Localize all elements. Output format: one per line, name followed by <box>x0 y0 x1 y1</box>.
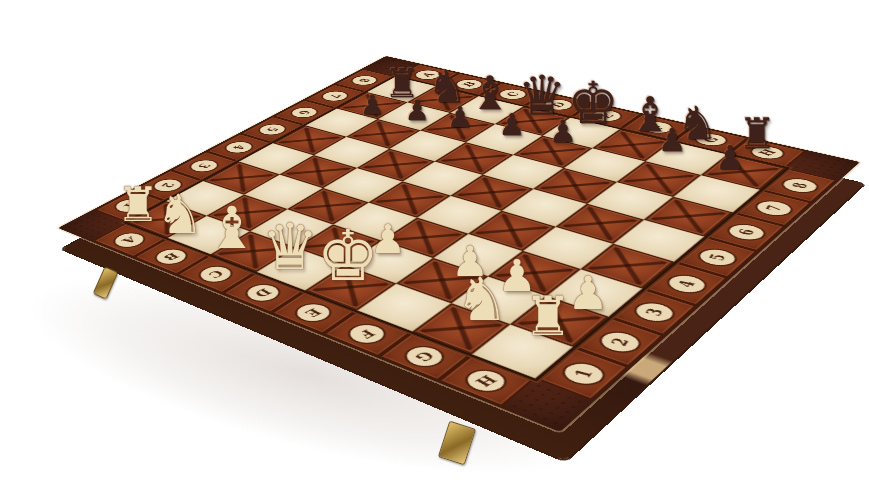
white-knight-b1[interactable]: ♞ <box>156 188 204 242</box>
file-label-D: D <box>238 280 287 305</box>
file-label-F: F <box>340 319 394 347</box>
black-pawn-e7[interactable]: ♟ <box>549 116 577 147</box>
white-pawn-h2[interactable]: ♟ <box>567 270 608 316</box>
rank-label-7: 7 <box>317 89 353 102</box>
file-label-H: H <box>457 365 516 397</box>
black-pawn-g7[interactable]: ♟ <box>658 124 687 156</box>
white-rook-h1[interactable]: ♜ <box>524 290 572 344</box>
black-pawn-h7[interactable]: ♟ <box>715 141 745 174</box>
rank-label-2: 2 <box>594 328 646 356</box>
rank-label-8: 8 <box>778 176 822 195</box>
white-bishop-c1[interactable]: ♝ <box>206 199 258 257</box>
black-pawn-d7[interactable]: ♟ <box>499 110 526 140</box>
rank-label-8: 8 <box>346 74 382 87</box>
white-knight-g1[interactable]: ♞ <box>455 269 509 329</box>
white-queen-d1[interactable]: ♛ <box>261 215 318 279</box>
rank-label-5: 5 <box>253 122 291 137</box>
white-king-e1[interactable]: ♚ <box>317 221 380 291</box>
rank-label-6: 6 <box>285 105 322 119</box>
white-rook-a1[interactable]: ♜ <box>116 180 159 228</box>
rank-label-5: 5 <box>693 245 741 268</box>
black-pawn-b7[interactable]: ♟ <box>404 97 429 125</box>
file-label-B: B <box>148 245 194 268</box>
file-label-G: G <box>396 341 452 371</box>
black-pawn-c7[interactable]: ♟ <box>447 103 473 132</box>
rank-label-7: 7 <box>751 198 796 219</box>
file-label-E: E <box>287 299 338 326</box>
rank-label-6: 6 <box>723 221 769 243</box>
black-pawn-a7[interactable]: ♟ <box>360 91 384 118</box>
rank-label-3: 3 <box>629 299 680 326</box>
rank-label-1: 1 <box>556 358 610 389</box>
chess-set-product-photo: ABCDEFGH ABCDEFGH 87654321 87654321 ♜♞♝♟… <box>0 0 869 486</box>
file-label-C: C <box>192 262 240 286</box>
file-label-A: A <box>107 229 151 251</box>
rank-label-4: 4 <box>662 271 711 296</box>
